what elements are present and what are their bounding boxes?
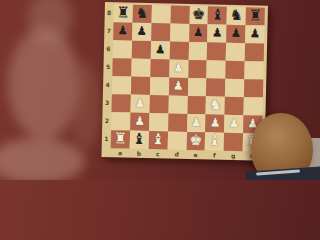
rank-label-3: 3 (103, 94, 112, 112)
square-f3[interactable]: ♞ (206, 96, 225, 114)
square-d1[interactable] (167, 131, 186, 149)
piece-black-pawn-e7[interactable]: ♟ (193, 26, 204, 38)
piece-white-king-e1[interactable]: ♚ (189, 132, 203, 147)
piece-black-pawn-h7[interactable]: ♟ (249, 27, 260, 39)
square-g3[interactable] (225, 97, 244, 115)
chalk-smudge (8, 28, 80, 140)
square-c4[interactable] (150, 77, 169, 95)
square-f1[interactable]: ♝ (205, 132, 224, 150)
rank-label-1: 1 (102, 130, 111, 148)
square-b1[interactable]: ♝ (130, 131, 149, 149)
file-label-f: f (205, 150, 224, 159)
piece-black-pawn-b7[interactable]: ♟ (136, 25, 147, 37)
square-f8[interactable]: ♝ (208, 6, 227, 24)
rank-label-8: 8 (105, 4, 114, 22)
piece-black-bishop-b1[interactable]: ♝ (132, 131, 146, 146)
square-g6[interactable] (226, 43, 245, 61)
square-c8[interactable] (151, 5, 170, 23)
piece-white-pawn-e2[interactable]: ♟ (191, 116, 202, 128)
square-e1[interactable]: ♚ (186, 132, 205, 150)
square-d7[interactable] (170, 23, 189, 41)
piece-white-pawn-b3[interactable]: ♟ (135, 97, 146, 109)
file-label-a: a (110, 148, 129, 157)
square-d4[interactable]: ♟ (169, 77, 188, 95)
square-a7[interactable]: ♟ (113, 22, 132, 40)
square-a3[interactable] (112, 94, 131, 112)
piece-white-pawn-g2[interactable]: ♟ (228, 117, 239, 129)
piece-black-knight-b8[interactable]: ♞ (135, 5, 149, 20)
rank-label-5: 5 (103, 58, 112, 76)
square-g2[interactable]: ♟ (224, 115, 243, 133)
piece-black-bishop-f8[interactable]: ♝ (211, 7, 225, 22)
square-g8[interactable]: ♞ (227, 7, 246, 25)
piece-black-king-e8[interactable]: ♚ (192, 6, 206, 21)
piece-white-rook-a1[interactable]: ♜ (113, 131, 127, 146)
piece-white-bishop-f1[interactable]: ♝ (208, 133, 222, 148)
rank-label-2: 2 (102, 112, 111, 130)
square-e5[interactable] (188, 60, 207, 78)
square-g7[interactable]: ♟ (226, 25, 245, 43)
square-e4[interactable] (187, 78, 206, 96)
chalk-smudge (28, 0, 72, 44)
square-c5[interactable] (150, 59, 169, 77)
square-c1[interactable]: ♝ (148, 131, 167, 149)
chalk-smudge (0, 138, 85, 180)
board-grid: 8♜♞♚♝♞♜7♟♟♟♟♟♟6♟5♟4♟3♟♞2♟♟♟♟♟1♜♝♝♚♝♜abcd… (101, 4, 264, 161)
piece-white-pawn-b2[interactable]: ♟ (134, 115, 145, 127)
square-b7[interactable]: ♟ (132, 23, 151, 41)
square-f6[interactable] (207, 42, 226, 60)
piece-black-pawn-g7[interactable]: ♟ (230, 27, 241, 39)
chalk-smudge (70, 60, 100, 150)
square-d5[interactable]: ♟ (169, 59, 188, 77)
square-c7[interactable] (151, 23, 170, 41)
rank-label-6: 6 (104, 40, 113, 58)
square-e3[interactable] (187, 96, 206, 114)
piece-white-knight-f3[interactable]: ♞ (209, 97, 223, 112)
piece-white-bishop-c1[interactable]: ♝ (151, 132, 165, 147)
square-b5[interactable] (131, 59, 150, 77)
piece-black-pawn-f7[interactable]: ♟ (212, 26, 223, 38)
square-g4[interactable] (225, 79, 244, 97)
piece-white-pawn-d4[interactable]: ♟ (173, 80, 184, 92)
square-b6[interactable] (132, 41, 151, 59)
piece-black-pawn-a7[interactable]: ♟ (117, 24, 128, 36)
square-d3[interactable] (168, 95, 187, 113)
square-g1[interactable] (224, 133, 243, 151)
square-h3[interactable] (244, 97, 263, 115)
square-h4[interactable] (244, 79, 263, 97)
square-a8[interactable]: ♜ (114, 4, 133, 22)
square-a1[interactable]: ♜ (111, 130, 130, 148)
square-e7[interactable]: ♟ (189, 24, 208, 42)
piece-black-rook-a8[interactable]: ♜ (116, 5, 130, 20)
rank-label-7: 7 (104, 22, 113, 40)
square-h8[interactable]: ♜ (246, 7, 265, 25)
board-frame-corner (101, 148, 110, 157)
file-label-g: g (224, 151, 243, 160)
file-label-b: b (129, 149, 148, 158)
square-a5[interactable] (112, 58, 131, 76)
square-h6[interactable] (245, 43, 264, 61)
square-e6[interactable] (188, 42, 207, 60)
square-d8[interactable] (170, 5, 189, 23)
rank-label-4: 4 (103, 76, 112, 94)
square-d6[interactable] (169, 41, 188, 59)
square-g5[interactable] (226, 61, 245, 79)
piece-white-pawn-d5[interactable]: ♟ (173, 62, 184, 74)
file-label-c: c (148, 149, 167, 158)
piece-black-knight-g8[interactable]: ♞ (230, 7, 244, 22)
square-a4[interactable] (112, 76, 131, 94)
piece-white-pawn-f2[interactable]: ♟ (210, 116, 221, 128)
square-a6[interactable] (113, 40, 132, 58)
square-f7[interactable]: ♟ (207, 24, 226, 42)
square-e8[interactable]: ♚ (189, 6, 208, 24)
file-label-e: e (186, 150, 205, 159)
file-label-d: d (167, 149, 186, 158)
square-c6[interactable]: ♟ (150, 41, 169, 59)
square-h5[interactable] (244, 61, 263, 79)
square-h7[interactable]: ♟ (245, 25, 264, 43)
square-f5[interactable] (207, 60, 226, 78)
chess-demo-board: 8♜♞♚♝♞♜7♟♟♟♟♟♟6♟5♟4♟3♟♞2♟♟♟♟♟1♜♝♝♚♝♜abcd… (101, 2, 267, 161)
square-c3[interactable] (149, 95, 168, 113)
square-b8[interactable]: ♞ (132, 5, 151, 23)
piece-black-pawn-c6[interactable]: ♟ (155, 43, 166, 55)
square-b4[interactable] (131, 77, 150, 95)
piece-black-rook-h8[interactable]: ♜ (248, 8, 262, 23)
square-b3[interactable]: ♟ (130, 95, 149, 113)
square-d2[interactable] (168, 113, 187, 131)
